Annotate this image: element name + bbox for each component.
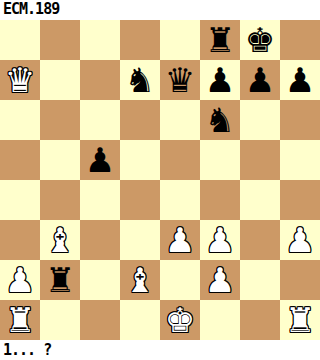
square-g8[interactable]: ♚: [240, 20, 280, 60]
square-d2[interactable]: ♝: [120, 260, 160, 300]
page-title: ECM.189: [0, 0, 320, 20]
square-f1[interactable]: [200, 300, 240, 340]
square-f6[interactable]: ♞: [200, 100, 240, 140]
square-g6[interactable]: [240, 100, 280, 140]
square-f7[interactable]: ♟: [200, 60, 240, 100]
square-e1[interactable]: ♚: [160, 300, 200, 340]
piece-white-queen: ♛: [5, 63, 35, 97]
piece-black-queen: ♛: [165, 63, 195, 97]
square-e3[interactable]: ♟: [160, 220, 200, 260]
square-c3[interactable]: [80, 220, 120, 260]
square-d8[interactable]: [120, 20, 160, 60]
square-c1[interactable]: [80, 300, 120, 340]
square-c4[interactable]: [80, 180, 120, 220]
square-e7[interactable]: ♛: [160, 60, 200, 100]
square-b3[interactable]: ♝: [40, 220, 80, 260]
square-a4[interactable]: [0, 180, 40, 220]
square-g2[interactable]: [240, 260, 280, 300]
square-g7[interactable]: ♟: [240, 60, 280, 100]
piece-white-rook: ♜: [285, 303, 315, 337]
square-e6[interactable]: [160, 100, 200, 140]
square-c5[interactable]: ♟: [80, 140, 120, 180]
square-g3[interactable]: [240, 220, 280, 260]
piece-white-pawn: ♟: [5, 263, 35, 297]
piece-white-bishop: ♝: [125, 263, 155, 297]
square-a2[interactable]: ♟: [0, 260, 40, 300]
square-h6[interactable]: [280, 100, 320, 140]
square-f8[interactable]: ♜: [200, 20, 240, 60]
square-h1[interactable]: ♜: [280, 300, 320, 340]
square-d3[interactable]: [120, 220, 160, 260]
piece-white-pawn: ♟: [205, 263, 235, 297]
square-f4[interactable]: [200, 180, 240, 220]
square-a8[interactable]: [0, 20, 40, 60]
piece-white-king: ♚: [165, 303, 195, 337]
square-f2[interactable]: ♟: [200, 260, 240, 300]
square-h7[interactable]: ♟: [280, 60, 320, 100]
piece-white-pawn: ♟: [205, 223, 235, 257]
square-c8[interactable]: [80, 20, 120, 60]
piece-black-rook: ♜: [205, 23, 235, 57]
piece-white-bishop: ♝: [45, 223, 75, 257]
square-a3[interactable]: [0, 220, 40, 260]
square-h3[interactable]: ♟: [280, 220, 320, 260]
square-b2[interactable]: ♜: [40, 260, 80, 300]
square-b5[interactable]: [40, 140, 80, 180]
piece-black-pawn: ♟: [85, 143, 115, 177]
square-e2[interactable]: [160, 260, 200, 300]
square-g4[interactable]: [240, 180, 280, 220]
square-g5[interactable]: [240, 140, 280, 180]
square-h5[interactable]: [280, 140, 320, 180]
piece-black-pawn: ♟: [245, 63, 275, 97]
piece-black-king: ♚: [245, 23, 275, 57]
square-d7[interactable]: ♞: [120, 60, 160, 100]
square-h8[interactable]: [280, 20, 320, 60]
piece-white-pawn: ♟: [165, 223, 195, 257]
move-prompt: 1... ?: [0, 340, 320, 360]
square-f3[interactable]: ♟: [200, 220, 240, 260]
square-c7[interactable]: [80, 60, 120, 100]
piece-black-pawn: ♟: [205, 63, 235, 97]
piece-black-rook: ♜: [45, 263, 75, 297]
square-d5[interactable]: [120, 140, 160, 180]
square-f5[interactable]: [200, 140, 240, 180]
square-a5[interactable]: [0, 140, 40, 180]
square-h4[interactable]: [280, 180, 320, 220]
chess-board: ♜♚♛♞♛♟♟♟♞♟♝♟♟♟♟♜♝♟♜♚♜: [0, 20, 320, 340]
square-a1[interactable]: ♜: [0, 300, 40, 340]
square-b6[interactable]: [40, 100, 80, 140]
piece-white-rook: ♜: [5, 303, 35, 337]
piece-black-knight: ♞: [125, 63, 155, 97]
square-d1[interactable]: [120, 300, 160, 340]
square-b8[interactable]: [40, 20, 80, 60]
piece-black-knight: ♞: [205, 103, 235, 137]
square-a6[interactable]: [0, 100, 40, 140]
piece-black-pawn: ♟: [285, 63, 315, 97]
square-e8[interactable]: [160, 20, 200, 60]
square-d4[interactable]: [120, 180, 160, 220]
square-a7[interactable]: ♛: [0, 60, 40, 100]
square-e5[interactable]: [160, 140, 200, 180]
square-g1[interactable]: [240, 300, 280, 340]
square-d6[interactable]: [120, 100, 160, 140]
square-b7[interactable]: [40, 60, 80, 100]
square-b4[interactable]: [40, 180, 80, 220]
piece-white-pawn: ♟: [285, 223, 315, 257]
square-b1[interactable]: [40, 300, 80, 340]
square-c2[interactable]: [80, 260, 120, 300]
square-h2[interactable]: [280, 260, 320, 300]
square-e4[interactable]: [160, 180, 200, 220]
square-c6[interactable]: [80, 100, 120, 140]
